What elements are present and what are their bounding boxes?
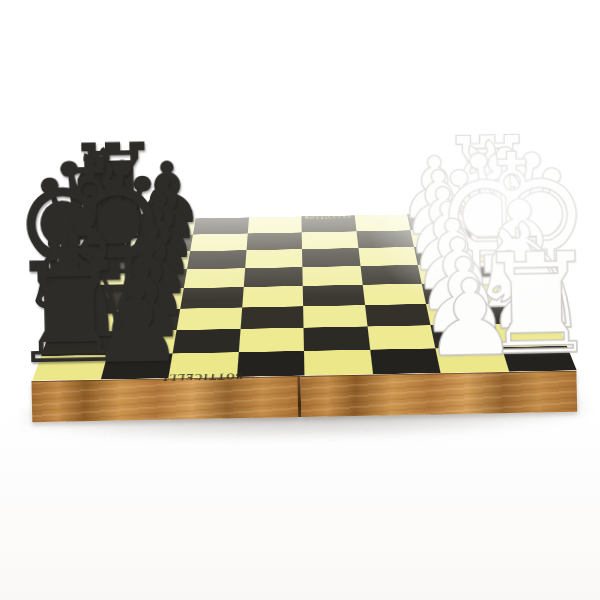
- square-d6: [184, 268, 245, 288]
- square-b5: [246, 232, 302, 250]
- square-a8: [84, 219, 143, 236]
- square-h5: [236, 351, 304, 377]
- square-f6: [177, 307, 242, 330]
- square-c6: [187, 250, 246, 269]
- square-d5: [243, 267, 302, 287]
- square-a2: [407, 213, 465, 230]
- square-b3: [356, 230, 414, 248]
- square-b1: [465, 228, 526, 246]
- square-h4: [304, 349, 373, 375]
- square-c1: [470, 245, 533, 264]
- square-e6: [180, 287, 243, 308]
- square-c3: [358, 247, 418, 266]
- square-h8: [32, 355, 107, 381]
- square-g8: [41, 331, 113, 355]
- square-h1: [501, 346, 577, 372]
- square-g1: [494, 323, 567, 347]
- square-f8: [50, 310, 119, 333]
- square-g3: [367, 325, 435, 349]
- square-b2: [410, 229, 470, 247]
- square-e2: [422, 283, 488, 304]
- square-g6: [173, 329, 240, 353]
- square-a7: [139, 218, 196, 235]
- square-g7: [107, 330, 177, 354]
- square-d8: [65, 270, 130, 290]
- square-f5: [240, 306, 303, 329]
- square-e4: [303, 285, 365, 306]
- square-h7: [100, 353, 172, 379]
- square-b8: [78, 235, 138, 253]
- square-a5: [247, 216, 301, 233]
- square-b7: [134, 234, 193, 252]
- square-b4: [302, 231, 358, 249]
- wooden-base-right-half: [300, 371, 577, 417]
- chess-board: BOTTICELLIBOTTICELLI: [32, 212, 576, 380]
- square-d3: [360, 265, 422, 285]
- square-c7: [129, 251, 190, 270]
- square-e7: [119, 288, 184, 309]
- square-a1: [460, 212, 519, 229]
- square-d2: [418, 264, 481, 284]
- square-f4: [303, 305, 367, 328]
- square-e3: [362, 284, 426, 305]
- square-g2: [430, 324, 501, 348]
- square-a4: BOTTICELLI: [301, 215, 356, 232]
- square-g4: [304, 326, 370, 350]
- square-g5: [238, 328, 304, 352]
- square-a6: [193, 217, 249, 234]
- chess-set-scene: BOTTICELLIBOTTICELLI ♜♞♝♛♚♝♞♜♟♟♟♟♟♟♟♟♟♟♟…: [0, 0, 600, 600]
- square-d1: [475, 263, 540, 283]
- brand-label-far: BOTTICELLI: [305, 215, 352, 220]
- square-f2: [426, 303, 494, 326]
- brand-label-near: BOTTICELLI: [161, 371, 243, 382]
- square-c8: [72, 252, 134, 271]
- square-e5: [242, 286, 303, 307]
- chess-set-product-photo: BOTTICELLIBOTTICELLI ♜♞♝♛♚♝♞♜♟♟♟♟♟♟♟♟♟♟♟…: [0, 0, 600, 600]
- square-c5: [245, 249, 303, 268]
- square-d4: [302, 266, 362, 286]
- square-f3: [365, 304, 431, 327]
- wooden-base-left-half: [32, 376, 300, 422]
- square-b6: [190, 233, 247, 251]
- square-c2: [414, 246, 475, 265]
- square-h6: BOTTICELLI: [168, 352, 238, 378]
- square-f7: [113, 309, 180, 332]
- square-f1: [487, 301, 557, 324]
- square-h2: [435, 347, 508, 373]
- square-a3: [354, 214, 410, 231]
- square-c4: [302, 248, 360, 267]
- square-e8: [57, 289, 124, 310]
- square-h3: [370, 348, 441, 374]
- square-d7: [124, 269, 187, 289]
- square-e1: [481, 281, 549, 302]
